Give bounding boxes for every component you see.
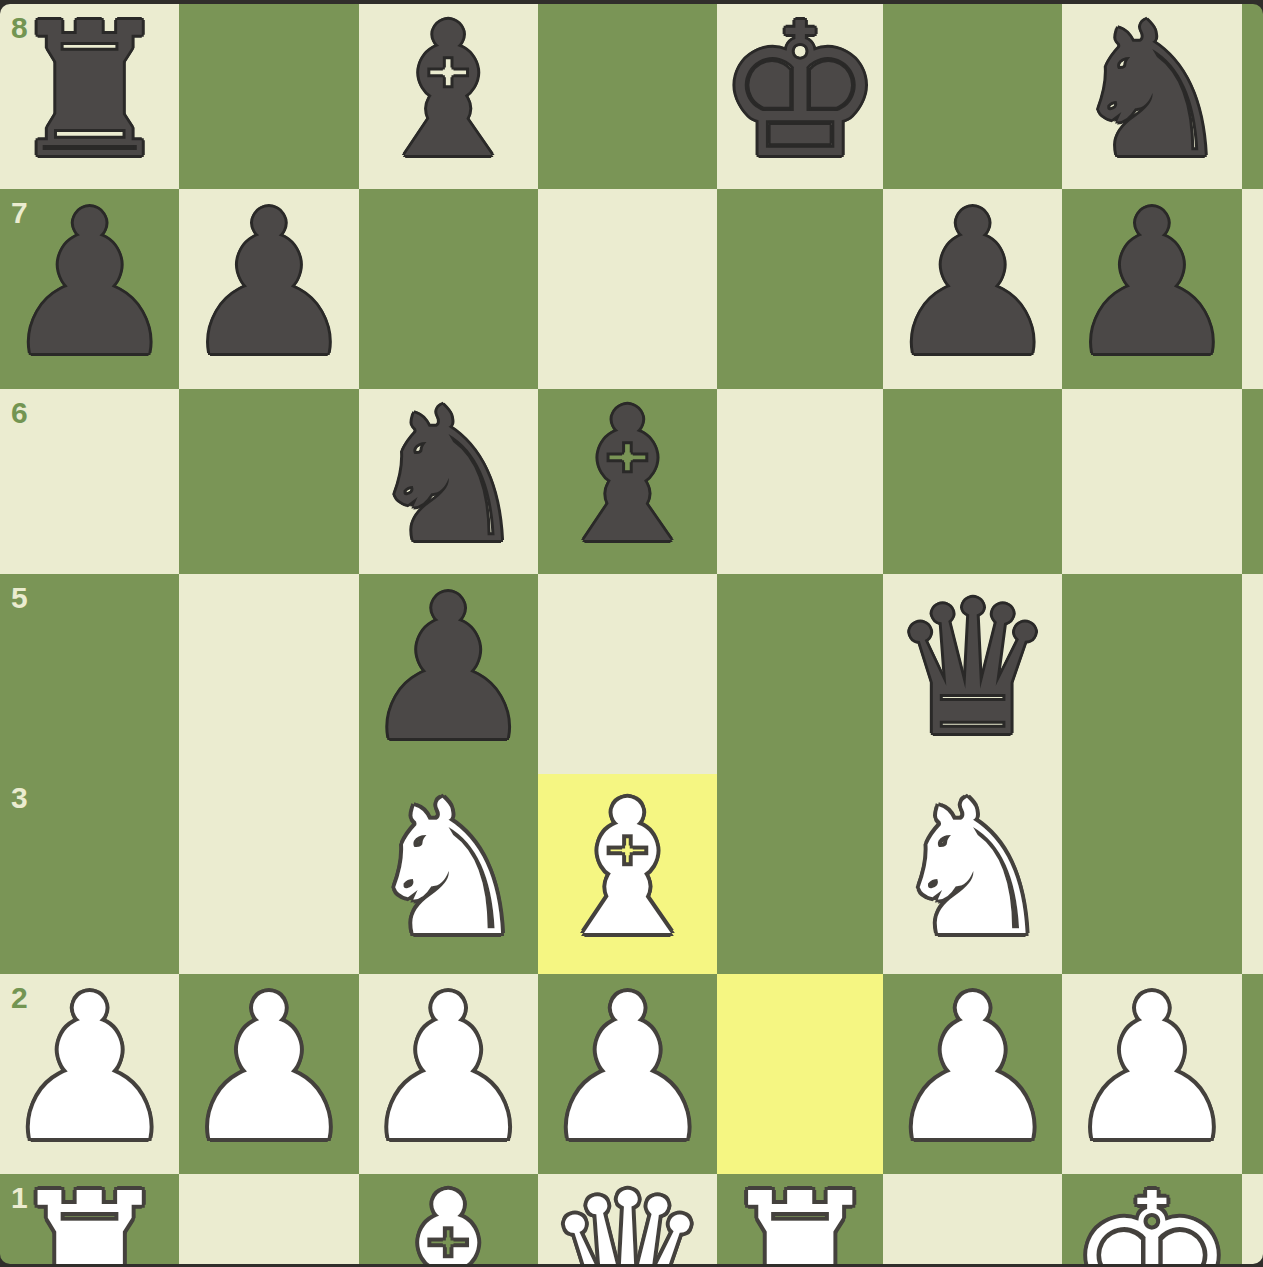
square-d7[interactable] xyxy=(538,189,717,389)
square-e1[interactable]: e♜ xyxy=(717,1174,883,1264)
piece-white-queen[interactable]: ♛ xyxy=(545,1169,711,1264)
square-g8[interactable]: ♞ xyxy=(1062,4,1241,189)
square-c1[interactable]: c♝ xyxy=(359,1174,538,1264)
piece-black-knight[interactable]: ♞ xyxy=(365,384,531,569)
rank-label-6: 6 xyxy=(11,398,28,428)
square-g7[interactable]: ♟ xyxy=(1062,189,1241,389)
square-c8[interactable]: ♝ xyxy=(359,4,538,189)
square-b7[interactable]: ♟ xyxy=(179,189,358,389)
square-f8[interactable] xyxy=(883,4,1062,189)
piece-black-pawn[interactable]: ♟ xyxy=(1242,569,1263,769)
square-e8[interactable]: ♚ xyxy=(717,4,883,189)
square-e6[interactable] xyxy=(717,389,883,574)
square-g2[interactable]: ♟ xyxy=(1062,974,1241,1174)
square-b5[interactable] xyxy=(179,574,358,774)
piece-white-pawn[interactable]: ♟ xyxy=(1242,769,1263,969)
square-d6[interactable]: ♝ xyxy=(538,389,717,574)
square-a5[interactable]: 5 xyxy=(0,574,179,774)
piece-white-knight[interactable]: ♞ xyxy=(365,777,531,962)
square-e7[interactable] xyxy=(717,189,883,389)
square-d2[interactable]: ♟ xyxy=(538,974,717,1174)
square-b3[interactable] xyxy=(179,774,358,974)
piece-white-rook[interactable]: ♜ xyxy=(717,1169,883,1264)
square-f1[interactable]: f xyxy=(883,1174,1062,1264)
piece-black-knight[interactable]: ♞ xyxy=(1069,4,1235,184)
piece-white-pawn[interactable]: ♟ xyxy=(179,969,358,1169)
piece-white-bishop[interactable]: ♝ xyxy=(365,1169,531,1264)
square-g1[interactable]: g♚ xyxy=(1062,1174,1241,1264)
square-c7[interactable] xyxy=(359,189,538,389)
square-a3[interactable]: 3 xyxy=(0,774,179,974)
piece-black-king[interactable]: ♚ xyxy=(717,4,883,184)
square-h6[interactable] xyxy=(1242,389,1263,574)
piece-white-pawn[interactable]: ♟ xyxy=(1062,969,1241,1169)
square-e2[interactable] xyxy=(717,974,883,1174)
piece-white-king[interactable]: ♚ xyxy=(1069,1169,1235,1264)
square-h2[interactable] xyxy=(1242,974,1263,1174)
square-h1[interactable]: h xyxy=(1242,1174,1263,1264)
page-background: 8♜♝♚♞♜7♟♟♟♟6♞♝5♟♛♟43♞♝♞♟2♟♟♟♟♟♟1a♜bc♝d♛e… xyxy=(0,0,1263,1267)
piece-black-pawn[interactable]: ♟ xyxy=(1062,184,1241,384)
square-d5[interactable] xyxy=(538,574,717,774)
square-a1[interactable]: 1a♜ xyxy=(0,1174,179,1264)
square-d1[interactable]: d♛ xyxy=(538,1174,717,1264)
square-b1[interactable]: b xyxy=(179,1174,358,1264)
piece-white-pawn[interactable]: ♟ xyxy=(359,969,538,1169)
piece-black-bishop[interactable]: ♝ xyxy=(545,384,711,569)
square-f3[interactable]: ♞ xyxy=(883,774,1062,974)
piece-white-pawn[interactable]: ♟ xyxy=(538,969,717,1169)
rank-label-5: 5 xyxy=(11,583,28,613)
square-f5[interactable]: ♛ xyxy=(883,574,1062,774)
square-b6[interactable] xyxy=(179,389,358,574)
piece-white-bishop[interactable]: ♝ xyxy=(545,777,711,962)
square-c5[interactable]: ♟ xyxy=(359,574,538,774)
piece-black-pawn[interactable]: ♟ xyxy=(883,184,1062,384)
square-d8[interactable] xyxy=(538,4,717,189)
piece-white-pawn[interactable]: ♟ xyxy=(0,969,179,1169)
square-f6[interactable] xyxy=(883,389,1062,574)
piece-black-bishop[interactable]: ♝ xyxy=(365,4,531,184)
square-h3[interactable]: ♟ xyxy=(1242,774,1263,974)
square-g5[interactable] xyxy=(1062,574,1241,774)
rank-label-3: 3 xyxy=(11,783,28,813)
square-f7[interactable]: ♟ xyxy=(883,189,1062,389)
piece-black-pawn[interactable]: ♟ xyxy=(359,569,538,769)
square-h7[interactable] xyxy=(1242,189,1263,389)
square-e5[interactable] xyxy=(717,574,883,774)
piece-black-rook[interactable]: ♜ xyxy=(1248,4,1263,184)
square-h5[interactable]: ♟ xyxy=(1242,574,1263,774)
piece-black-pawn[interactable]: ♟ xyxy=(0,184,179,384)
square-a7[interactable]: 7♟ xyxy=(0,189,179,389)
chess-board: 8♜♝♚♞♜7♟♟♟♟6♞♝5♟♛♟43♞♝♞♟2♟♟♟♟♟♟1a♜bc♝d♛e… xyxy=(0,4,1263,1264)
square-a2[interactable]: 2♟ xyxy=(0,974,179,1174)
square-f2[interactable]: ♟ xyxy=(883,974,1062,1174)
square-b8[interactable] xyxy=(179,4,358,189)
piece-black-rook[interactable]: ♜ xyxy=(7,4,173,184)
square-c6[interactable]: ♞ xyxy=(359,389,538,574)
piece-black-pawn[interactable]: ♟ xyxy=(179,184,358,384)
piece-white-pawn[interactable]: ♟ xyxy=(883,969,1062,1169)
square-c3[interactable]: ♞ xyxy=(359,774,538,974)
piece-white-knight[interactable]: ♞ xyxy=(890,777,1056,962)
square-g6[interactable] xyxy=(1062,389,1241,574)
square-d3[interactable]: ♝ xyxy=(538,774,717,974)
piece-white-rook[interactable]: ♜ xyxy=(7,1169,173,1264)
square-c2[interactable]: ♟ xyxy=(359,974,538,1174)
square-h8[interactable]: ♜ xyxy=(1242,4,1263,189)
square-e3[interactable] xyxy=(717,774,883,974)
piece-black-queen[interactable]: ♛ xyxy=(890,577,1056,762)
square-g3[interactable] xyxy=(1062,774,1241,974)
square-b2[interactable]: ♟ xyxy=(179,974,358,1174)
square-a8[interactable]: 8♜ xyxy=(0,4,179,189)
square-a6[interactable]: 6 xyxy=(0,389,179,574)
